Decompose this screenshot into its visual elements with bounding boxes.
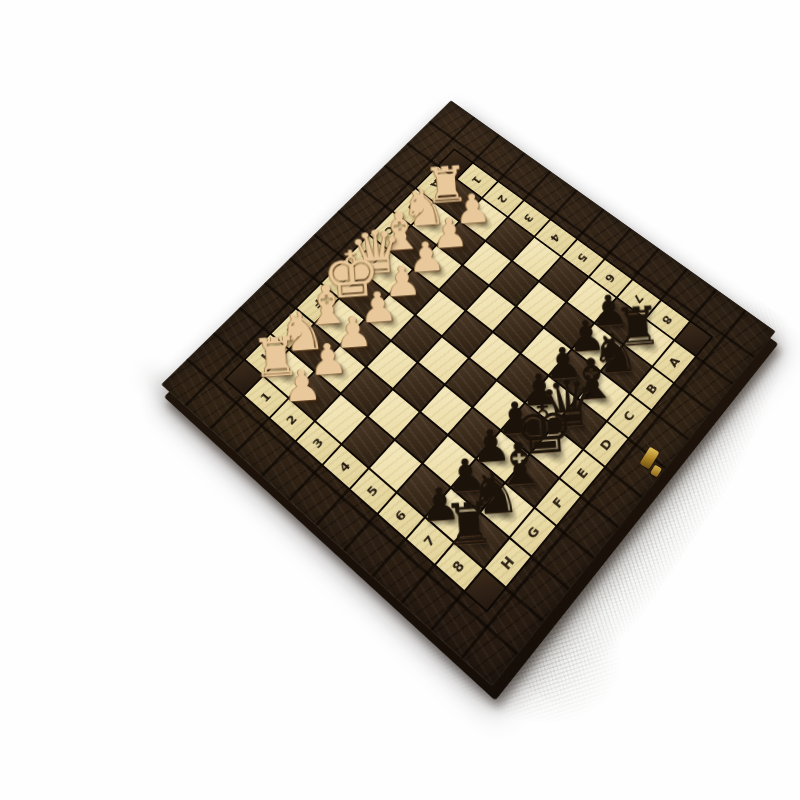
coordinate-text: E [574, 465, 590, 480]
square-a3 [487, 218, 533, 259]
coordinate-text: H [499, 554, 517, 572]
coordinate-text: 2 [496, 193, 510, 205]
coordinate-text: 8 [451, 559, 467, 575]
piece-white-queen-d1: ♛ [348, 221, 405, 284]
piece-contact-shadow [444, 231, 475, 258]
piece-white-pawn-b2: ♟ [430, 212, 469, 255]
coordinate-text: 3 [522, 212, 536, 224]
piece-contact-shadow [418, 212, 449, 239]
board-grid: 12345678A♜♟♟♜AB♞♟♟♞BC♝♟♟♝CD♛♟♟♛DE♚♟♟♚EF♝… [226, 150, 710, 609]
square-f2: ♟ [341, 321, 389, 366]
rank-label-4-top: 4 [536, 220, 577, 255]
piece-layer: ♞ [412, 203, 458, 244]
frame-corner [439, 150, 471, 178]
piece-white-pawn-d2: ♟ [383, 260, 423, 304]
piece-white-king-e1: ♚ [321, 241, 382, 308]
coordinate-text: D [598, 436, 615, 452]
square-a5 [540, 258, 587, 301]
piece-layer: ♛ [365, 250, 412, 292]
piece-contact-shadow [466, 208, 497, 234]
square-b1: ♞ [412, 203, 458, 244]
coordinate-text: 3 [311, 436, 326, 451]
coordinate-text: 1 [470, 174, 484, 186]
square-a2: ♟ [461, 199, 507, 240]
square-b5 [517, 282, 565, 326]
file-label-E-left: E [322, 260, 362, 297]
page-background: { "game": "chess", "scene_description": … [0, 0, 800, 800]
piece-white-bishop-c1: ♝ [375, 204, 425, 259]
file-label-B-left: B [394, 189, 433, 224]
square-a4 [513, 238, 560, 280]
coordinate-text: 5 [576, 251, 591, 264]
square-e3 [392, 316, 440, 361]
rank-label-5-top: 5 [563, 240, 604, 276]
piece-contact-shadow [346, 284, 378, 312]
piece-contact-shadow [420, 255, 452, 283]
square-e2: ♟ [366, 295, 414, 339]
piece-layer: ♝ [389, 227, 435, 269]
piece-contact-shadow [372, 305, 404, 334]
piece-layer: ♟ [414, 246, 461, 288]
coordinate-text: 7 [422, 533, 438, 549]
piece-white-pawn-c2: ♟ [407, 236, 446, 279]
square-e1: ♚ [341, 275, 388, 318]
piece-white-pawn-e2: ♟ [358, 285, 398, 329]
coordinate-text: D [359, 247, 374, 261]
coordinate-text: G [524, 523, 541, 540]
file-label-A-left: A [417, 167, 456, 201]
square-d1: ♛ [365, 250, 412, 292]
piece-layer: ♜ [435, 180, 480, 220]
rank-label-1-top: 1 [458, 164, 497, 197]
square-b4 [490, 262, 537, 305]
piece-contact-shadow [347, 330, 379, 359]
coordinate-text: 5 [365, 483, 381, 498]
piece-contact-shadow [395, 236, 426, 263]
file-label-C-left: C [370, 212, 409, 248]
square-d3 [417, 291, 465, 335]
file-label-F-left: F [297, 284, 338, 322]
piece-layer: ♟ [461, 199, 507, 240]
square-c4 [467, 287, 515, 331]
file-label-D-left: D [346, 236, 386, 272]
rank-label-2-top: 2 [483, 182, 523, 216]
square-b2: ♟ [438, 222, 484, 263]
square-c1: ♝ [389, 227, 435, 269]
piece-contact-shadow [441, 189, 472, 215]
piece-white-pawn-a2: ♟ [453, 188, 492, 230]
piece-layer: ♟ [341, 321, 389, 366]
piece-contact-shadow [371, 260, 403, 288]
coordinate-text: 6 [603, 272, 618, 285]
piece-white-rook-a1: ♜ [423, 159, 471, 211]
coordinate-text: F [310, 297, 324, 310]
coordinate-text: A [429, 178, 444, 190]
square-c2: ♟ [414, 246, 461, 288]
piece-white-pawn-h2: ♟ [282, 363, 323, 408]
square-d4 [443, 312, 491, 357]
rank-label-3-top: 3 [509, 201, 549, 235]
piece-black-rook-h8: ♜ [441, 494, 496, 555]
coordinate-text: 4 [549, 232, 563, 244]
piece-white-knight-b1: ♞ [399, 181, 448, 235]
piece-contact-shadow [396, 280, 428, 308]
square-c3 [440, 266, 487, 309]
coordinate-text: E [335, 272, 349, 285]
piece-layer: ♟ [390, 271, 437, 314]
coordinate-text: 2 [284, 412, 299, 426]
piece-white-bishop-f1: ♝ [301, 277, 353, 334]
coordinate-text: B [406, 200, 421, 213]
square-d2: ♟ [390, 271, 437, 314]
perspective-wrapper: 12345678A♜♟♟♜AB♞♟♟♞BC♝♟♟♝CD♛♟♟♛DE♚♟♟♚EF♝… [236, 125, 701, 590]
rank-label-6-top: 6 [590, 260, 631, 296]
chess-board: 12345678A♜♟♟♜AB♞♟♟♞BC♝♟♟♝CD♛♟♟♛DE♚♟♟♚EF♝… [161, 101, 775, 687]
piece-layer: ♟ [438, 222, 484, 263]
square-c5 [494, 308, 542, 353]
piece-layer: ♟ [366, 295, 414, 339]
coordinate-text: 8 [660, 313, 675, 326]
square-a1: ♜ [435, 180, 480, 220]
coordinate-text: 4 [338, 459, 354, 474]
square-b3 [464, 242, 511, 284]
coordinate-text: C [383, 224, 397, 237]
piece-layer: ♚ [341, 275, 388, 318]
